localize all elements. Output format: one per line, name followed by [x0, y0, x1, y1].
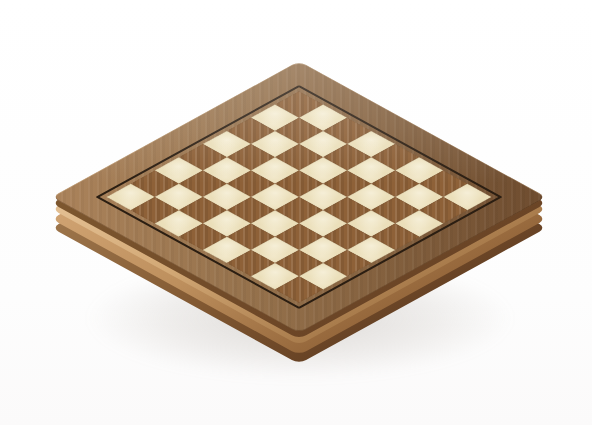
- product-photo-scene: [0, 0, 592, 425]
